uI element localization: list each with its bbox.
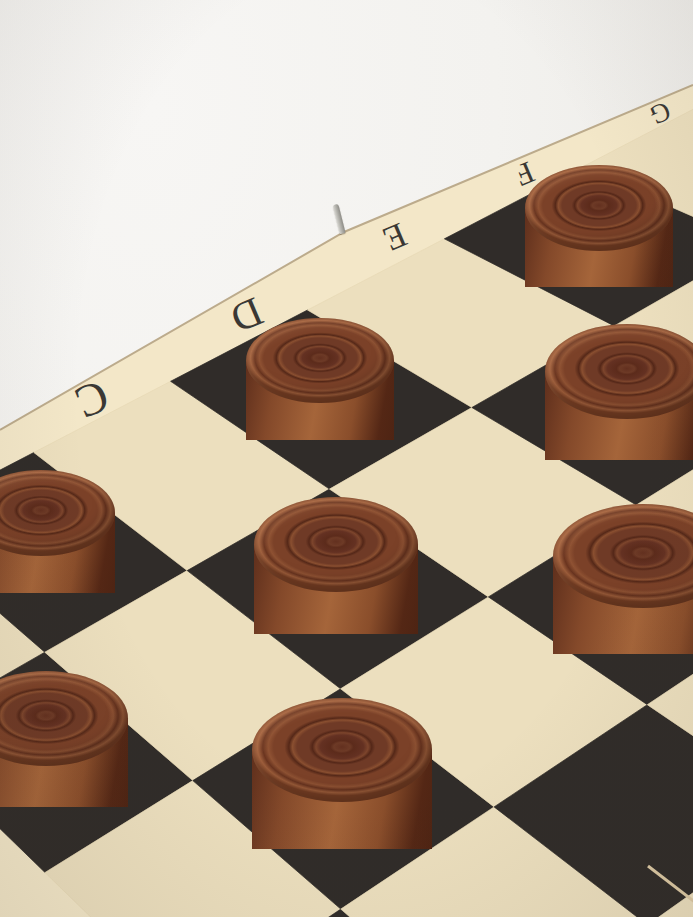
piece-top-face xyxy=(525,165,673,251)
checker-piece-e2[interactable] xyxy=(545,324,693,461)
photo-stage: CDEFG xyxy=(0,0,693,917)
checker-piece-c2[interactable] xyxy=(254,497,418,634)
checker-piece-a2[interactable] xyxy=(0,671,128,808)
checker-piece-b3[interactable] xyxy=(252,698,432,849)
checker-piece-d1[interactable] xyxy=(246,318,394,440)
checker-piece-f1[interactable] xyxy=(525,165,673,287)
checker-piece-d3[interactable] xyxy=(553,504,693,655)
checker-piece-b1[interactable] xyxy=(0,470,115,592)
piece-top-face xyxy=(252,698,432,802)
piece-top-face xyxy=(246,318,394,404)
piece-top-face xyxy=(254,497,418,592)
